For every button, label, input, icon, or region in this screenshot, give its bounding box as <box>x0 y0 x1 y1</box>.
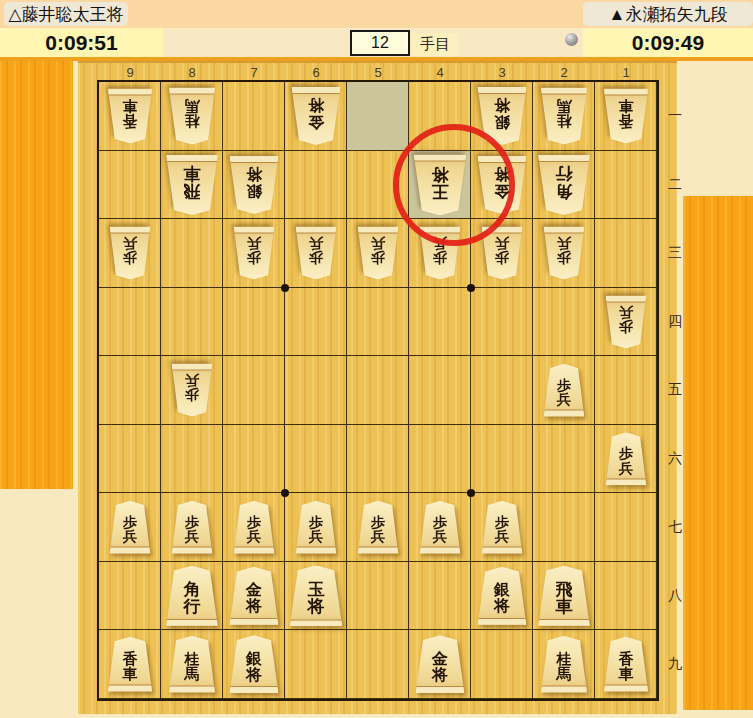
piece-body: 香車 <box>106 89 154 144</box>
rank-label-2: 二 <box>668 176 682 194</box>
sente-R-28[interactable]: 飛車 <box>536 566 592 626</box>
star-point <box>467 284 475 292</box>
turn-indicator-lamp <box>565 33 578 46</box>
gote-clock: 0:09:51 <box>0 28 163 57</box>
piece-body: 飛車 <box>536 566 592 626</box>
piece-kanji: 歩兵 <box>246 237 262 266</box>
gote-P-14[interactable]: 歩兵 <box>604 295 648 348</box>
piece-body: 金将 <box>476 156 529 214</box>
gote-P-43[interactable]: 歩兵 <box>418 227 462 280</box>
file-label-5: 5 <box>374 65 381 80</box>
gote-P-85[interactable]: 歩兵 <box>170 364 214 417</box>
gote-S-72[interactable]: 銀将 <box>228 156 281 214</box>
rank-label-3: 三 <box>668 244 682 262</box>
piece-body: 桂馬 <box>539 636 589 693</box>
rank-label-8: 八 <box>668 587 682 605</box>
piece-body: 角行 <box>164 566 220 626</box>
move-number-input[interactable]: 12 <box>350 30 410 56</box>
square-55[interactable] <box>347 356 409 425</box>
square-34[interactable] <box>471 288 533 357</box>
star-point <box>281 489 289 497</box>
piece-body: 歩兵 <box>108 227 152 280</box>
gote-player-name: △藤井聡太王将 <box>4 2 128 26</box>
piece-body: 歩兵 <box>170 364 214 417</box>
piece-kanji: 銀将 <box>245 166 263 199</box>
piece-kanji: 玉将 <box>306 581 326 616</box>
sente-L-19[interactable]: 香車 <box>602 637 650 692</box>
gote-G-61[interactable]: 金将 <box>290 87 343 145</box>
piece-body: 銀将 <box>476 567 529 625</box>
square-48[interactable] <box>409 562 471 631</box>
sente-P-67[interactable]: 歩兵 <box>294 501 338 554</box>
piece-kanji: 歩兵 <box>308 515 324 544</box>
piece-body: 香車 <box>602 637 650 692</box>
square-65[interactable] <box>285 356 347 425</box>
square-44[interactable] <box>409 288 471 357</box>
square-83[interactable] <box>161 219 223 288</box>
piece-kanji: 香車 <box>617 99 634 130</box>
sente-N-29[interactable]: 桂馬 <box>539 636 589 693</box>
file-label-1: 1 <box>622 65 629 80</box>
gote-P-23[interactable]: 歩兵 <box>542 227 586 280</box>
piece-body: 歩兵 <box>480 227 524 280</box>
gote-P-63[interactable]: 歩兵 <box>294 227 338 280</box>
piece-kanji: 銀将 <box>245 650 263 683</box>
square-86[interactable] <box>161 425 223 494</box>
square-41[interactable] <box>409 82 471 151</box>
gote-P-93[interactable]: 歩兵 <box>108 227 152 280</box>
square-94[interactable] <box>99 288 161 357</box>
square-24[interactable] <box>533 288 595 357</box>
piece-kanji: 金将 <box>431 650 449 683</box>
piece-kanji: 歩兵 <box>432 237 448 266</box>
square-35[interactable] <box>471 356 533 425</box>
square-66[interactable] <box>285 425 347 494</box>
square-56[interactable] <box>347 425 409 494</box>
file-label-3: 3 <box>498 65 505 80</box>
square-76[interactable] <box>223 425 285 494</box>
square-52[interactable] <box>347 151 409 220</box>
gote-P-53[interactable]: 歩兵 <box>356 227 400 280</box>
piece-kanji: 歩兵 <box>494 237 510 266</box>
piece-body: 歩兵 <box>232 227 276 280</box>
file-label-4: 4 <box>436 65 443 80</box>
piece-body: 歩兵 <box>418 501 462 554</box>
piece-body: 金将 <box>290 87 343 145</box>
square-27[interactable] <box>533 493 595 562</box>
square-45[interactable] <box>409 356 471 425</box>
piece-body: 角行 <box>536 155 592 215</box>
piece-body: 王将 <box>412 154 469 215</box>
piece-kanji: 王将 <box>430 165 450 200</box>
sente-L-99[interactable]: 香車 <box>106 637 154 692</box>
sente-P-16[interactable]: 歩兵 <box>604 432 648 485</box>
piece-kanji: 歩兵 <box>122 515 138 544</box>
gote-N-81[interactable]: 桂馬 <box>167 88 217 145</box>
sente-P-87[interactable]: 歩兵 <box>170 501 214 554</box>
piece-kanji: 香車 <box>121 99 138 130</box>
gote-S-31[interactable]: 銀将 <box>476 87 529 145</box>
rank-label-6: 六 <box>668 450 682 468</box>
rank-label-4: 四 <box>668 313 682 331</box>
piece-body: 桂馬 <box>539 88 589 145</box>
file-label-9: 9 <box>126 65 133 80</box>
piece-kanji: 金将 <box>493 166 511 199</box>
square-15[interactable] <box>595 356 657 425</box>
sente-P-57[interactable]: 歩兵 <box>356 501 400 554</box>
piece-kanji: 歩兵 <box>246 515 262 544</box>
sente-P-77[interactable]: 歩兵 <box>232 501 276 554</box>
piece-body: 歩兵 <box>604 295 648 348</box>
gote-G-32[interactable]: 金将 <box>476 156 529 214</box>
piece-kanji: 香車 <box>617 651 634 682</box>
square-92[interactable] <box>99 151 161 220</box>
square-62[interactable] <box>285 151 347 220</box>
piece-kanji: 角行 <box>554 165 574 200</box>
piece-body: 金将 <box>414 635 467 693</box>
square-17[interactable] <box>595 493 657 562</box>
square-51[interactable] <box>347 82 409 151</box>
star-point <box>281 284 289 292</box>
piece-kanji: 歩兵 <box>494 515 510 544</box>
piece-body: 桂馬 <box>167 636 217 693</box>
square-12[interactable] <box>595 151 657 220</box>
piece-kanji: 桂馬 <box>555 651 572 682</box>
piece-kanji: 歩兵 <box>122 237 138 266</box>
sente-S-79[interactable]: 銀将 <box>228 635 281 693</box>
piece-kanji: 角行 <box>182 581 202 616</box>
square-18[interactable] <box>595 562 657 631</box>
rank-label-5: 五 <box>668 381 682 399</box>
move-number-label: 手目 <box>412 33 458 56</box>
sente-P-97[interactable]: 歩兵 <box>108 501 152 554</box>
left-orange-panel <box>0 61 73 489</box>
piece-body: 歩兵 <box>542 227 586 280</box>
piece-body: 飛車 <box>164 155 220 215</box>
square-98[interactable] <box>99 562 161 631</box>
right-orange-panel <box>683 196 753 710</box>
piece-kanji: 香車 <box>121 651 138 682</box>
piece-body: 歩兵 <box>542 364 586 417</box>
piece-body: 歩兵 <box>604 432 648 485</box>
sente-clock: 0:09:49 <box>583 28 753 57</box>
piece-kanji: 銀将 <box>493 582 511 615</box>
piece-body: 玉将 <box>288 565 345 626</box>
piece-kanji: 桂馬 <box>183 99 200 130</box>
piece-kanji: 歩兵 <box>556 237 572 266</box>
piece-body: 銀将 <box>228 635 281 693</box>
sente-G-49[interactable]: 金将 <box>414 635 467 693</box>
piece-body: 歩兵 <box>232 501 276 554</box>
piece-body: 香車 <box>602 89 650 144</box>
square-36[interactable] <box>471 425 533 494</box>
piece-body: 歩兵 <box>170 501 214 554</box>
gote-N-21[interactable]: 桂馬 <box>539 88 589 145</box>
piece-kanji: 歩兵 <box>432 515 448 544</box>
piece-body: 歩兵 <box>418 227 462 280</box>
file-label-7: 7 <box>250 65 257 80</box>
piece-body: 銀将 <box>476 87 529 145</box>
piece-kanji: 歩兵 <box>184 515 200 544</box>
square-74[interactable] <box>223 288 285 357</box>
gote-L-91[interactable]: 香車 <box>106 89 154 144</box>
sente-P-37[interactable]: 歩兵 <box>480 501 524 554</box>
square-26[interactable] <box>533 425 595 494</box>
piece-kanji: 銀将 <box>493 98 511 131</box>
star-point <box>467 489 475 497</box>
piece-body: 歩兵 <box>108 501 152 554</box>
rank-label-7: 七 <box>668 518 682 536</box>
sente-B-88[interactable]: 角行 <box>164 566 220 626</box>
piece-kanji: 歩兵 <box>618 447 634 476</box>
rank-label-9: 九 <box>668 655 682 673</box>
piece-body: 銀将 <box>228 156 281 214</box>
piece-body: 歩兵 <box>356 227 400 280</box>
rank-label-1: 一 <box>668 107 682 125</box>
square-84[interactable] <box>161 288 223 357</box>
piece-kanji: 歩兵 <box>184 374 200 403</box>
sente-player-name: ▲永瀬拓矢九段 <box>583 2 753 26</box>
square-69[interactable] <box>285 630 347 699</box>
piece-body: 歩兵 <box>294 227 338 280</box>
square-75[interactable] <box>223 356 285 425</box>
sente-G-78[interactable]: 金将 <box>228 567 281 625</box>
piece-body: 歩兵 <box>480 501 524 554</box>
gote-P-33[interactable]: 歩兵 <box>480 227 524 280</box>
square-46[interactable] <box>409 425 471 494</box>
piece-kanji: 歩兵 <box>370 515 386 544</box>
piece-kanji: 飛車 <box>554 581 574 616</box>
gote-B-22[interactable]: 角行 <box>536 155 592 215</box>
square-58[interactable] <box>347 562 409 631</box>
piece-body: 金将 <box>228 567 281 625</box>
square-95[interactable] <box>99 356 161 425</box>
piece-kanji: 飛車 <box>182 165 202 200</box>
square-71[interactable] <box>223 82 285 151</box>
file-label-2: 2 <box>560 65 567 80</box>
piece-kanji: 金将 <box>245 582 263 615</box>
gote-L-11[interactable]: 香車 <box>602 89 650 144</box>
file-label-8: 8 <box>188 65 195 80</box>
square-54[interactable] <box>347 288 409 357</box>
sente-P-47[interactable]: 歩兵 <box>418 501 462 554</box>
square-39[interactable] <box>471 630 533 699</box>
piece-kanji: 歩兵 <box>618 305 634 334</box>
square-96[interactable] <box>99 425 161 494</box>
piece-kanji: 歩兵 <box>556 378 572 407</box>
square-59[interactable] <box>347 630 409 699</box>
piece-body: 歩兵 <box>294 501 338 554</box>
sente-P-25[interactable]: 歩兵 <box>542 364 586 417</box>
piece-kanji: 歩兵 <box>308 237 324 266</box>
piece-body: 歩兵 <box>356 501 400 554</box>
piece-body: 香車 <box>106 637 154 692</box>
piece-kanji: 桂馬 <box>555 99 572 130</box>
piece-kanji: 歩兵 <box>370 237 386 266</box>
sente-N-89[interactable]: 桂馬 <box>167 636 217 693</box>
gote-P-73[interactable]: 歩兵 <box>232 227 276 280</box>
file-label-6: 6 <box>312 65 319 80</box>
square-13[interactable] <box>595 219 657 288</box>
sente-S-38[interactable]: 銀将 <box>476 567 529 625</box>
gote-K-42[interactable]: 王将 <box>412 154 469 215</box>
piece-kanji: 桂馬 <box>183 651 200 682</box>
gote-R-82[interactable]: 飛車 <box>164 155 220 215</box>
piece-kanji: 金将 <box>307 98 325 131</box>
square-64[interactable] <box>285 288 347 357</box>
shogi-board: 987654321 一二三四五六七八九 香車桂馬金将銀将桂馬香車飛車銀将王将金将… <box>78 61 677 714</box>
piece-body: 桂馬 <box>167 88 217 145</box>
sente-K-68[interactable]: 玉将 <box>288 565 345 626</box>
